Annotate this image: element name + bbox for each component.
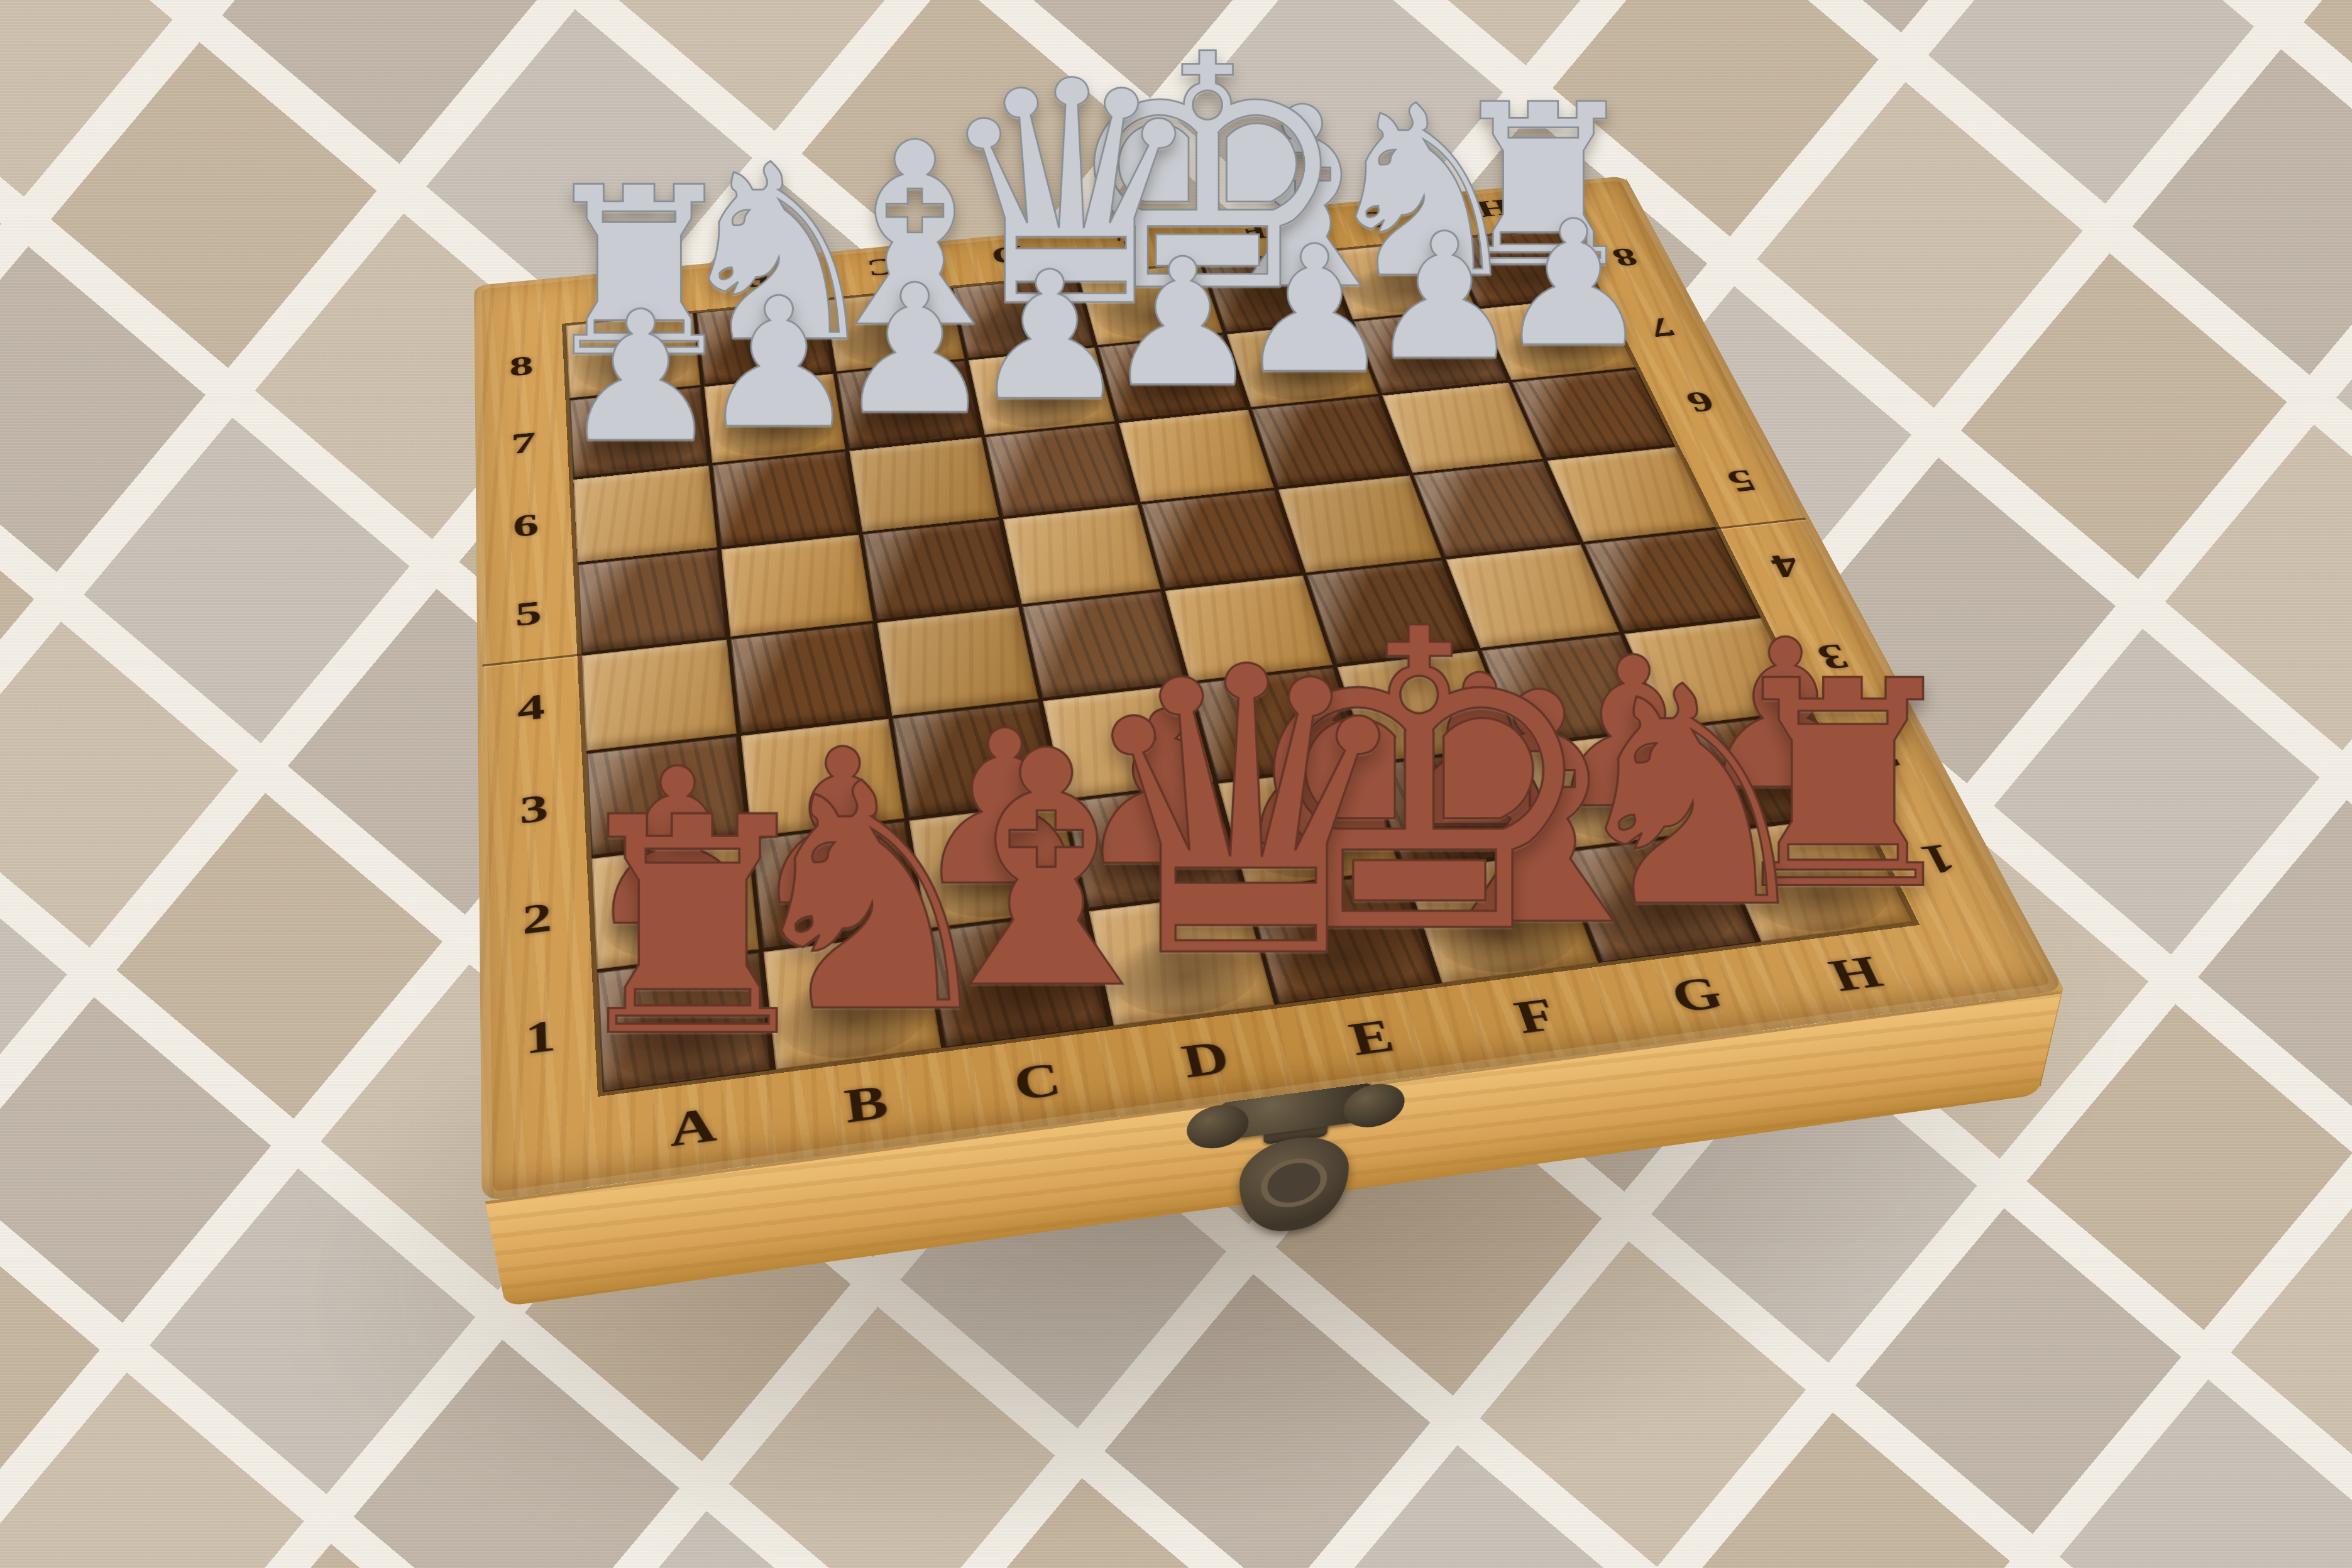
rank-label-left-6: 6 xyxy=(476,478,578,574)
silver-pawn-a7[interactable]: ♟ xyxy=(537,288,744,468)
scene: ♜♞♝♛♚♝♞♜♟♟♟♟♟♟♟♟♟♟♟♟♟♟♟♟♜♞♝♛♚♝♞♜ ABCDEFG… xyxy=(0,0,2352,1568)
square-b5[interactable] xyxy=(721,534,873,637)
latch xyxy=(1211,1078,1382,1242)
rank-label-left-5: 5 xyxy=(476,563,582,666)
square-a1[interactable]: ♜ xyxy=(597,952,771,1092)
brown-rook-a1[interactable]: ♜ xyxy=(558,779,815,1078)
square-a7[interactable]: ♟ xyxy=(569,387,708,478)
square-a5[interactable] xyxy=(578,549,727,653)
latch-pendant-ring xyxy=(1261,1154,1328,1211)
chess-box: ♜♞♝♛♚♝♞♜♟♟♟♟♟♟♟♟♟♟♟♟♟♟♟♟♜♞♝♛♚♝♞♜ ABCDEFG… xyxy=(474,176,2064,1202)
square-c5[interactable] xyxy=(862,519,1018,620)
square-a6[interactable] xyxy=(573,466,717,562)
latch-pendant xyxy=(1238,1131,1350,1238)
